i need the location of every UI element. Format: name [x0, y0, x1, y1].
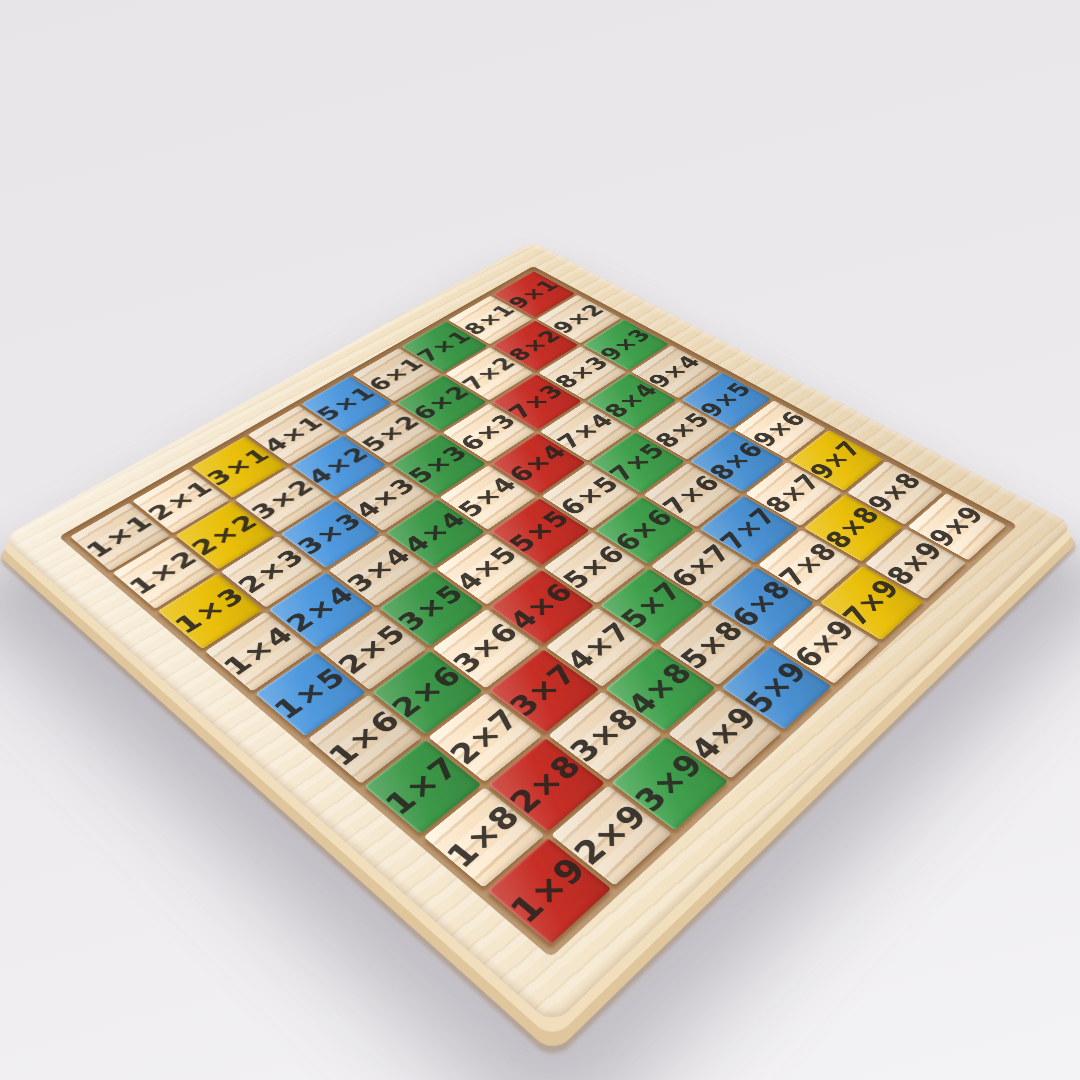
tile-label: 8×4: [600, 381, 662, 421]
tile-label: 6×7: [666, 541, 736, 592]
tile-label: 4×5: [451, 543, 523, 595]
tile-label: 2×9: [568, 799, 653, 870]
tile-label: 3×7: [505, 660, 583, 720]
tile-grid: 1×12×13×14×15×16×17×18×19×11×22×23×24×25…: [59, 266, 1018, 958]
tile-label: 2×7: [445, 705, 525, 770]
tile-label: 8×2: [505, 327, 566, 363]
tile-label: 8×9: [882, 538, 948, 589]
tile-label: 7×3: [505, 382, 569, 422]
tile-label: 9×5: [696, 380, 756, 420]
tile-label: 8×3: [551, 354, 613, 392]
tile-label: 6×8: [727, 577, 797, 631]
tile-label: 7×2: [458, 354, 520, 393]
tile-label: 5×6: [558, 542, 630, 592]
tile-label: 7×8: [774, 539, 842, 590]
tile-label: 9×4: [644, 353, 705, 391]
tile-label: 6×5: [556, 473, 625, 519]
tile-label: 9×9: [924, 503, 989, 551]
tile-label: 4×7: [561, 619, 637, 675]
tile-label: 5×2: [358, 412, 425, 454]
tile-label: 4×9: [686, 702, 764, 765]
tile-label: 8×8: [821, 503, 885, 552]
tile-label: 9×6: [749, 408, 811, 450]
tile-label: 6×9: [789, 616, 861, 672]
tile-label: 6×6: [610, 506, 678, 555]
tile-label: 4×3: [351, 475, 421, 522]
tile-label: 8×5: [651, 410, 715, 451]
tile-label: 4×8: [622, 659, 698, 719]
tile-label: 7×4: [553, 411, 618, 452]
tile-label: 5×5: [505, 507, 575, 556]
tile-label: 4×6: [505, 580, 579, 634]
multiplication-board-frame: 1×12×13×14×15×16×17×18×19×11×22×23×24×25…: [2, 241, 1074, 1026]
tile-label: 2×5: [333, 621, 411, 678]
tile-label: 7×9: [838, 575, 905, 629]
tile-label: 3×6: [448, 619, 524, 677]
tile-label: 9×7: [805, 438, 866, 482]
tile-label: 6×1: [365, 355, 429, 394]
tile-label: 1×6: [323, 706, 406, 770]
tile-label: 6×4: [505, 442, 572, 486]
tile-label: 9×1: [505, 277, 563, 310]
tile-label: 7×5: [605, 440, 670, 484]
tile-label: 3×5: [393, 581, 469, 635]
tile-label: 5×8: [675, 617, 749, 673]
tile-label: 5×9: [740, 657, 813, 717]
photo-background: { "game": "multiplication-table-board", …: [0, 0, 1080, 1080]
tile-label: 6×3: [456, 411, 521, 453]
tile-label: 5×7: [616, 578, 688, 632]
tile-label: 1×7: [380, 752, 465, 820]
tile-label: 3×8: [565, 704, 645, 767]
tile-label: 1×9: [505, 852, 593, 929]
tile-label: 7×6: [658, 472, 725, 518]
tile-label: 4×4: [399, 508, 471, 556]
tile-label: 8×6: [705, 439, 768, 483]
tile-label: 9×8: [863, 470, 926, 516]
tile-label: 8×1: [460, 302, 519, 337]
tile-label: 2×6: [387, 662, 467, 722]
tile-label: 1×8: [441, 800, 526, 873]
tile-label: 8×7: [761, 471, 826, 517]
tile-label: 6×2: [409, 383, 474, 423]
tile-label: 9×3: [596, 326, 655, 363]
tile-label: 7×7: [716, 505, 782, 554]
tile-label: 9×2: [549, 302, 609, 336]
tile-label: 3×4: [342, 544, 416, 596]
tile-label: 5×3: [404, 443, 472, 487]
tile-label: 3×9: [629, 749, 709, 817]
tile-label: 5×4: [454, 474, 522, 521]
tile-label: 2×8: [505, 751, 588, 819]
tile-label: 7×1: [413, 328, 475, 364]
